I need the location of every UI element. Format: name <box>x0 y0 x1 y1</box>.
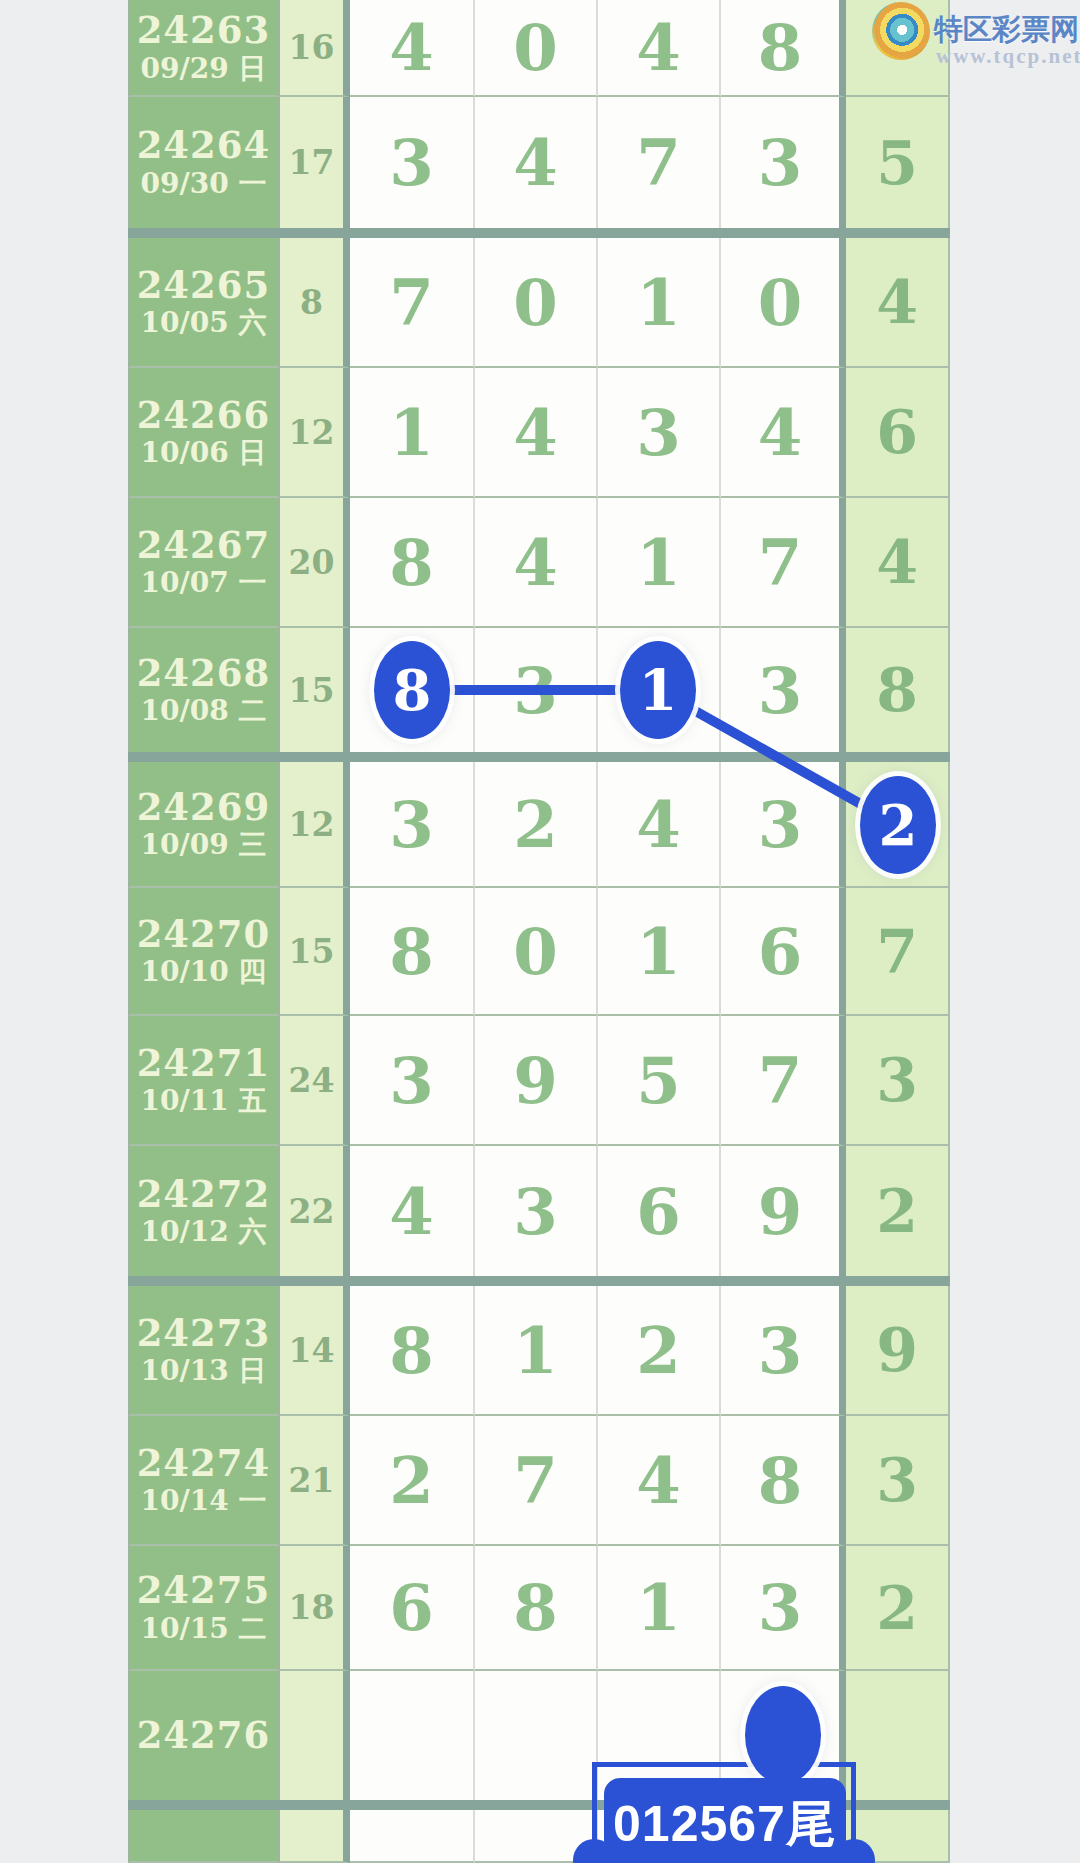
digit-cell-4: 3 <box>721 1546 846 1671</box>
digit-cell-1: 3 <box>350 1016 475 1146</box>
issue-cell: 24269 10/09 三 <box>128 762 280 888</box>
trend-table: 24263 09/29 日 16 4 0 4 8 24264 09/30 一 1… <box>128 0 950 1863</box>
digit-cell-4: 4 <box>721 368 846 498</box>
sum-cell <box>280 1671 350 1800</box>
digit-cell-3: 2 <box>598 1286 721 1416</box>
issue-cell: 24271 10/11 五 <box>128 1016 280 1146</box>
digit-cell-2 <box>475 1671 598 1800</box>
digit-cell-1 <box>350 1810 475 1863</box>
issue-cell: 24273 10/13 日 <box>128 1286 280 1416</box>
issue-cell: 24268 10/08 二 <box>128 628 280 752</box>
sum-cell: 18 <box>280 1546 350 1671</box>
issue-cell <box>128 1810 280 1863</box>
tail-cell: 7 <box>846 888 950 1016</box>
issue-number: 24263 <box>137 9 271 52</box>
digit-cell-4: 3 <box>721 762 846 888</box>
group-separator <box>128 752 950 762</box>
issue-cell: 24266 10/06 日 <box>128 368 280 498</box>
sum-cell: 21 <box>280 1416 350 1546</box>
tail-cell: 8 <box>846 628 950 752</box>
sum-cell: 24 <box>280 1016 350 1146</box>
digit-cell-2: 2 <box>475 762 598 888</box>
group-separator <box>128 1276 950 1286</box>
tail-cell: 5 <box>846 97 950 228</box>
digit-cell-1: 4 <box>350 1146 475 1276</box>
digit-cell-2: 0 <box>475 238 598 368</box>
digit-cell-3: 3 <box>598 368 721 498</box>
circled-digit-mark: 1 <box>620 641 696 739</box>
issue-cell: 24275 10/15 二 <box>128 1546 280 1671</box>
digit-cell-1: 7 <box>350 238 475 368</box>
table-row: 24275 10/15 二 18 6 8 1 3 2 <box>128 1546 950 1671</box>
digit-cell-1: 3 <box>350 762 475 888</box>
digit-cell-2: 1 <box>475 1286 598 1416</box>
tail-cell: 9 <box>846 1286 950 1416</box>
issue-cell: 24264 09/30 一 <box>128 97 280 228</box>
issue-cell: 24272 10/12 六 <box>128 1146 280 1276</box>
table-row: 24264 09/30 一 17 3 4 7 3 5 <box>128 97 950 228</box>
tail-cell: 4 <box>846 498 950 628</box>
tail-cell: 2 <box>846 1146 950 1276</box>
issue-number: 24270 <box>137 913 271 956</box>
issue-date: 09/29 日 <box>141 52 267 86</box>
tail-cell: 6 <box>846 368 950 498</box>
digit-cell-4: 7 <box>721 498 846 628</box>
sum-cell: 15 <box>280 888 350 1016</box>
issue-number: 24268 <box>137 652 271 695</box>
issue-cell: 24265 10/05 六 <box>128 238 280 368</box>
circled-digit-mark: 2 <box>860 776 936 874</box>
circled-digit-mark: 8 <box>374 641 450 739</box>
swirl-logo-icon <box>872 2 930 60</box>
issue-number: 24267 <box>137 524 271 567</box>
issue-date: 10/05 六 <box>141 306 267 340</box>
table-row: 24273 10/13 日 14 8 1 2 3 9 <box>128 1286 950 1416</box>
digit-cell-3: 4 <box>598 762 721 888</box>
issue-date: 09/30 一 <box>141 167 267 201</box>
table-row: 24270 10/10 四 15 8 0 1 6 7 <box>128 888 950 1016</box>
digit-cell-4: 9 <box>721 1146 846 1276</box>
digit-cell-2: 4 <box>475 368 598 498</box>
digit-cell-1: 3 <box>350 97 475 228</box>
digit-cell-2: 8 <box>475 1546 598 1671</box>
group-separator <box>128 228 950 238</box>
issue-number: 24271 <box>137 1042 271 1085</box>
digit-cell-2: 9 <box>475 1016 598 1146</box>
table-row: 24269 10/09 三 12 3 2 4 3 2 <box>128 762 950 888</box>
digit-cell-2: 4 <box>475 498 598 628</box>
digit-cell-4: 3 <box>721 1286 846 1416</box>
table-row: 24263 09/29 日 16 4 0 4 8 <box>128 0 950 97</box>
issue-number: 24275 <box>137 1569 271 1612</box>
digit-cell-1: 2 <box>350 1416 475 1546</box>
lottery-trend-chart: 24263 09/29 日 16 4 0 4 8 24264 09/30 一 1… <box>0 0 1080 1863</box>
digit-cell-3: 5 <box>598 1016 721 1146</box>
issue-number: 24272 <box>137 1173 271 1216</box>
issue-date: 10/11 五 <box>141 1084 267 1118</box>
tail-cell: 3 <box>846 1016 950 1146</box>
tail-cell <box>846 1671 950 1800</box>
table-row: 24271 10/11 五 24 3 9 5 7 3 <box>128 1016 950 1146</box>
sum-cell: 12 <box>280 762 350 888</box>
site-url: www.tqcp.net <box>936 44 1080 69</box>
table-row: 24272 10/12 六 22 4 3 6 9 2 <box>128 1146 950 1276</box>
digit-cell-1: 8 <box>350 498 475 628</box>
sum-cell: 17 <box>280 97 350 228</box>
sum-cell: 12 <box>280 368 350 498</box>
table-row: 24267 10/07 一 20 8 4 1 7 4 <box>128 498 950 628</box>
digit-cell-1: 8 <box>350 1286 475 1416</box>
sum-cell: 15 <box>280 628 350 752</box>
issue-date: 10/09 三 <box>141 828 267 862</box>
digit-cell-4: 3 <box>721 97 846 228</box>
issue-date: 10/15 二 <box>141 1612 267 1646</box>
issue-number: 24273 <box>137 1312 271 1355</box>
issue-date: 10/14 一 <box>141 1484 267 1518</box>
digit-cell-3: 6 <box>598 1146 721 1276</box>
issue-cell: 24274 10/14 一 <box>128 1416 280 1546</box>
issue-cell: 24276 <box>128 1671 280 1800</box>
tail-cell: 2 <box>846 1546 950 1671</box>
sum-cell: 8 <box>280 238 350 368</box>
digit-cell-3: 4 <box>598 0 721 97</box>
digit-cell-3: 4 <box>598 1416 721 1546</box>
digit-cell-1: 4 <box>350 0 475 97</box>
digit-cell-4: 6 <box>721 888 846 1016</box>
digit-cell-4: 3 <box>721 628 846 752</box>
digit-cell-2: 7 <box>475 1416 598 1546</box>
issue-cell: 24270 10/10 四 <box>128 888 280 1016</box>
tail-cell: 4 <box>846 238 950 368</box>
issue-cell: 24267 10/07 一 <box>128 498 280 628</box>
issue-date: 10/12 六 <box>141 1215 267 1249</box>
digit-cell-2: 3 <box>475 1146 598 1276</box>
digit-cell-1 <box>350 1671 475 1800</box>
digit-cell-3: 1 <box>598 498 721 628</box>
issue-number: 24269 <box>137 786 271 829</box>
issue-number: 24266 <box>137 394 271 437</box>
issue-date: 10/13 日 <box>141 1354 267 1388</box>
issue-cell: 24263 09/29 日 <box>128 0 280 97</box>
sum-cell <box>280 1810 350 1863</box>
issue-number: 24265 <box>137 264 271 307</box>
issue-number: 24276 <box>137 1714 271 1757</box>
digit-cell-2: 0 <box>475 0 598 97</box>
digit-cell-1: 1 <box>350 368 475 498</box>
issue-date: 10/06 日 <box>141 436 267 470</box>
digit-cell-4: 8 <box>721 1416 846 1546</box>
prediction-dot-mark <box>745 1686 821 1784</box>
sum-cell: 14 <box>280 1286 350 1416</box>
digit-cell-1: 6 <box>350 1546 475 1671</box>
sum-cell: 22 <box>280 1146 350 1276</box>
digit-cell-2: 4 <box>475 97 598 228</box>
digit-cell-2: 3 <box>475 628 598 752</box>
digit-cell-2: 0 <box>475 888 598 1016</box>
table-row: 24266 10/06 日 12 1 4 3 4 6 <box>128 368 950 498</box>
prediction-label: 012567尾 <box>604 1778 846 1863</box>
issue-date: 10/10 四 <box>141 955 267 989</box>
issue-date: 10/07 一 <box>141 566 267 600</box>
issue-date: 10/08 二 <box>141 694 267 728</box>
digit-cell-4: 7 <box>721 1016 846 1146</box>
table-row: 24274 10/14 一 21 2 7 4 8 3 <box>128 1416 950 1546</box>
sum-cell: 16 <box>280 0 350 97</box>
digit-cell-3: 1 <box>598 238 721 368</box>
issue-number: 24264 <box>137 124 271 167</box>
sum-cell: 20 <box>280 498 350 628</box>
digit-cell-4: 0 <box>721 238 846 368</box>
digit-cell-3: 7 <box>598 97 721 228</box>
table-row: 24268 10/08 二 15 8 3 1 3 8 <box>128 628 950 752</box>
table-row: 24265 10/05 六 8 7 0 1 0 4 <box>128 238 950 368</box>
tail-cell: 3 <box>846 1416 950 1546</box>
issue-number: 24274 <box>137 1442 271 1485</box>
digit-cell-3: 1 <box>598 888 721 1016</box>
digit-cell-4: 8 <box>721 0 846 97</box>
digit-cell-1: 8 <box>350 888 475 1016</box>
digit-cell-3: 1 <box>598 1546 721 1671</box>
